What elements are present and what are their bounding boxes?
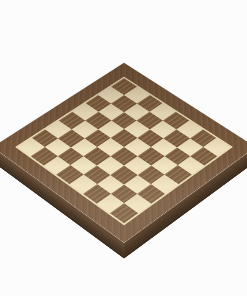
product-photo-chessboard — [0, 0, 247, 296]
square-g6 — [96, 175, 123, 194]
square-h8 — [110, 203, 138, 223]
square-h2 — [30, 147, 57, 165]
square-g5 — [83, 165, 110, 184]
square-f8 — [137, 184, 164, 203]
square-f7 — [124, 175, 151, 194]
chess-board — [0, 63, 247, 243]
square-e6 — [124, 156, 151, 175]
square-f4 — [83, 147, 110, 165]
square-f6 — [110, 165, 137, 184]
square-h6 — [82, 184, 109, 203]
square-e7 — [137, 165, 164, 184]
square-h4 — [56, 165, 83, 184]
square-d7 — [150, 156, 177, 175]
square-h3 — [43, 156, 70, 175]
square-h5 — [69, 175, 96, 194]
square-d8 — [164, 165, 191, 184]
board-scene — [0, 0, 247, 296]
square-e8 — [151, 175, 178, 194]
square-f5 — [97, 156, 124, 175]
square-b8 — [190, 147, 217, 165]
board-top-face — [0, 63, 247, 243]
square-g7 — [110, 184, 137, 203]
square-c7 — [164, 147, 191, 165]
square-g4 — [70, 156, 97, 175]
square-g3 — [57, 147, 84, 165]
square-h7 — [96, 194, 124, 214]
square-g8 — [124, 194, 152, 214]
square-d6 — [137, 147, 164, 165]
square-e5 — [110, 147, 137, 165]
square-c8 — [177, 156, 204, 175]
